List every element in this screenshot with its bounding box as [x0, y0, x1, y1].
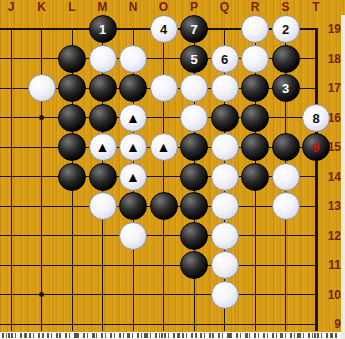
stone-L17[interactable] — [58, 74, 86, 102]
row-label-18: 18 — [320, 52, 341, 66]
move-number-label: 5 — [190, 52, 197, 67]
stone-L15[interactable] — [58, 133, 86, 161]
column-label-L: L — [61, 0, 83, 14]
stone-N16[interactable]: ▲ — [119, 104, 147, 132]
grid-line-row-9 — [0, 324, 317, 325]
stone-S18[interactable] — [272, 45, 300, 73]
stone-M13[interactable] — [89, 192, 117, 220]
stone-S15[interactable] — [272, 133, 300, 161]
star-point-K16 — [39, 115, 44, 120]
stone-N13[interactable] — [119, 192, 147, 220]
stone-Q14[interactable] — [211, 163, 239, 191]
stone-P19[interactable]: 7 — [180, 15, 208, 43]
stone-S13[interactable] — [272, 192, 300, 220]
stone-L18[interactable] — [58, 45, 86, 73]
stone-M16[interactable] — [89, 104, 117, 132]
stone-M15[interactable]: ▲ — [89, 133, 117, 161]
stone-N17[interactable] — [119, 74, 147, 102]
move-number-label: 4 — [160, 22, 167, 37]
stone-M14[interactable] — [89, 163, 117, 191]
stone-Q17[interactable] — [211, 74, 239, 102]
row-label-13: 13 — [320, 199, 341, 213]
stone-P12[interactable] — [180, 222, 208, 250]
stone-Q12[interactable] — [211, 222, 239, 250]
row-label-10: 10 — [320, 288, 341, 302]
move-number-label: 1 — [99, 22, 106, 37]
column-label-M: M — [92, 0, 114, 14]
grid-line-row-16 — [0, 117, 317, 118]
stone-O15[interactable]: ▲ — [150, 133, 178, 161]
row-label-12: 12 — [320, 229, 341, 243]
column-label-O: O — [153, 0, 175, 14]
stone-M18[interactable] — [89, 45, 117, 73]
go-board-screenshot: JKLMNOPQRST1918171615141312111091472563▲… — [0, 0, 345, 339]
stone-P11[interactable] — [180, 251, 208, 279]
stone-R16[interactable] — [241, 104, 269, 132]
column-label-N: N — [122, 0, 144, 14]
stone-Q11[interactable] — [211, 251, 239, 279]
triangle-marker: ▲ — [126, 169, 140, 185]
grid-line-row-10 — [0, 294, 317, 295]
move-number-label: 2 — [282, 22, 289, 37]
triangle-marker: ▲ — [96, 139, 110, 155]
stone-L16[interactable] — [58, 104, 86, 132]
stone-R19[interactable] — [241, 15, 269, 43]
column-label-K: K — [31, 0, 53, 14]
row-label-14: 14 — [320, 170, 341, 184]
move-number-label: 8 — [312, 111, 319, 126]
stone-P14[interactable] — [180, 163, 208, 191]
stone-S19[interactable]: 2 — [272, 15, 300, 43]
column-label-Q: Q — [214, 0, 236, 14]
stone-P13[interactable] — [180, 192, 208, 220]
row-label-19: 19 — [320, 22, 341, 36]
stone-Q15[interactable] — [211, 133, 239, 161]
move-number-label: 3 — [282, 81, 289, 96]
right-margin-strip — [341, 15, 345, 339]
clipped-caption-strip — [0, 332, 341, 339]
grid-line-col-J — [11, 28, 12, 331]
stone-Q16[interactable] — [211, 104, 239, 132]
stone-N15[interactable]: ▲ — [119, 133, 147, 161]
stone-O17[interactable] — [150, 74, 178, 102]
grid-line-row-18 — [0, 58, 317, 59]
stone-L14[interactable] — [58, 163, 86, 191]
stone-N12[interactable] — [119, 222, 147, 250]
stone-P18[interactable]: 5 — [180, 45, 208, 73]
stone-N14[interactable]: ▲ — [119, 163, 147, 191]
stone-R17[interactable] — [241, 74, 269, 102]
triangle-marker: ▲ — [157, 139, 171, 155]
clipped-caption-glyph-tops — [2, 333, 339, 338]
stone-R15[interactable] — [241, 133, 269, 161]
stone-O13[interactable] — [150, 192, 178, 220]
row-label-11: 11 — [320, 258, 341, 272]
stone-S14[interactable] — [272, 163, 300, 191]
column-label-P: P — [183, 0, 205, 14]
triangle-marker: ▲ — [126, 139, 140, 155]
stone-M19[interactable]: 1 — [89, 15, 117, 43]
stone-P15[interactable] — [180, 133, 208, 161]
grid-line-row-11 — [0, 265, 317, 266]
move-number-label: 6 — [221, 52, 228, 67]
grid-line-row-12 — [0, 235, 317, 236]
star-point-K10 — [39, 292, 44, 297]
move-number-label: 7 — [190, 22, 197, 37]
stone-T16[interactable]: 8 — [302, 104, 330, 132]
stone-Q10[interactable] — [211, 281, 239, 309]
stone-T15[interactable]: 9 — [302, 133, 330, 161]
stone-P17[interactable] — [180, 74, 208, 102]
triangle-marker: ▲ — [126, 110, 140, 126]
stone-Q13[interactable] — [211, 192, 239, 220]
stone-Q18[interactable]: 6 — [211, 45, 239, 73]
grid-line-row-14 — [0, 176, 317, 177]
stone-N18[interactable] — [119, 45, 147, 73]
stone-S17[interactable]: 3 — [272, 74, 300, 102]
row-label-9: 9 — [320, 317, 341, 331]
column-label-J: J — [0, 0, 22, 14]
move-number-label: 9 — [312, 140, 319, 155]
stone-M17[interactable] — [89, 74, 117, 102]
stone-K17[interactable] — [28, 74, 56, 102]
row-label-17: 17 — [320, 81, 341, 95]
column-label-T: T — [305, 0, 327, 14]
stone-P16[interactable] — [180, 104, 208, 132]
column-label-S: S — [275, 0, 297, 14]
grid-line-col-T — [315, 28, 318, 331]
stone-O19[interactable]: 4 — [150, 15, 178, 43]
stone-R14[interactable] — [241, 163, 269, 191]
stone-R18[interactable] — [241, 45, 269, 73]
column-label-R: R — [244, 0, 266, 14]
